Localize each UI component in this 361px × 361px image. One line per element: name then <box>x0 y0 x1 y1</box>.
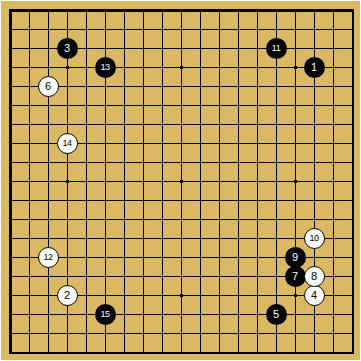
stone-number: 2 <box>64 290 70 301</box>
stone-6: 6 <box>38 76 59 97</box>
stone-number: 8 <box>311 271 317 282</box>
stone-12: 12 <box>38 247 59 268</box>
stone-number: 15 <box>100 310 109 319</box>
stone-number: 7 <box>292 271 298 282</box>
stone-15: 15 <box>95 304 116 325</box>
go-board[interactable]: 123456789101112131415 <box>0 0 361 361</box>
stone-number: 1 <box>311 62 317 73</box>
stone-number: 3 <box>64 43 70 54</box>
stone-7: 7 <box>285 266 306 287</box>
stone-number: 9 <box>292 252 298 263</box>
stone-number: 11 <box>272 44 280 53</box>
stone-number: 10 <box>309 234 318 243</box>
stone-number: 5 <box>273 309 279 320</box>
stone-number: 12 <box>43 253 52 262</box>
stone-13: 13 <box>95 57 116 78</box>
stone-4: 4 <box>304 285 325 306</box>
stone-number: 13 <box>100 63 109 72</box>
stone-9: 9 <box>285 247 306 268</box>
stone-11: 11 <box>266 38 287 59</box>
stone-14: 14 <box>57 133 78 154</box>
stone-3: 3 <box>57 38 78 59</box>
stone-2: 2 <box>57 285 78 306</box>
stone-5: 5 <box>266 304 287 325</box>
stone-number: 4 <box>311 290 317 301</box>
stone-8: 8 <box>304 266 325 287</box>
stone-number: 14 <box>62 139 71 148</box>
stones-layer: 123456789101112131415 <box>1 1 361 361</box>
stone-10: 10 <box>304 228 325 249</box>
stone-1: 1 <box>304 57 325 78</box>
stone-number: 6 <box>45 81 51 92</box>
